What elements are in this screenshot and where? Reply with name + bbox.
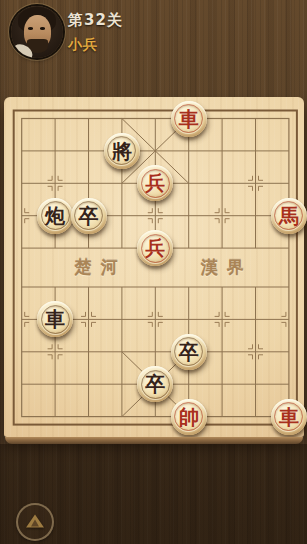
piece-label: 卒 — [145, 374, 165, 394]
piece-label: 車 — [45, 309, 65, 329]
piece-label: 車 — [279, 406, 299, 426]
avatar[interactable] — [11, 6, 63, 58]
footer-area — [0, 444, 307, 544]
piece-red-車[interactable]: 車 — [271, 399, 307, 435]
piece-red-帥[interactable]: 帥 — [171, 399, 207, 435]
avatar-eye — [28, 27, 33, 30]
piece-black-卒[interactable]: 卒 — [71, 198, 107, 234]
piece-label: 車 — [179, 108, 199, 128]
header-text: 第32关 小兵 — [68, 13, 123, 51]
piece-label: 卒 — [79, 205, 99, 225]
header: 第32关 小兵 — [0, 0, 307, 60]
piece-red-馬[interactable]: 馬 — [271, 198, 307, 234]
piece-label: 兵 — [145, 173, 165, 193]
piece-label: 馬 — [279, 205, 299, 225]
avatar-eye — [40, 27, 45, 30]
river-label-right: 漢界 — [192, 256, 253, 279]
piece-label: 卒 — [179, 341, 199, 361]
piece-label: 兵 — [145, 238, 165, 258]
chevron-up-icon — [26, 514, 44, 527]
river-label-left: 楚河 — [66, 256, 127, 279]
piece-label: 帥 — [179, 406, 199, 426]
collapse-button[interactable] — [16, 503, 54, 541]
piece-red-車[interactable]: 車 — [171, 101, 207, 137]
xiangqi-board[interactable]: 楚河 漢界 車將兵炮卒馬兵車卒卒帥車 — [4, 97, 304, 437]
level-label: 第32关 — [68, 13, 123, 28]
level-subtitle: 小兵 — [68, 37, 123, 51]
piece-black-卒[interactable]: 卒 — [171, 334, 207, 370]
app-screen: 第32关 小兵 楚河 漢界 車將兵炮卒馬兵車卒卒帥車 — [0, 0, 307, 544]
piece-label: 將 — [112, 140, 132, 160]
piece-black-將[interactable]: 將 — [104, 133, 140, 169]
piece-black-炮[interactable]: 炮 — [37, 198, 73, 234]
piece-label: 炮 — [45, 205, 65, 225]
